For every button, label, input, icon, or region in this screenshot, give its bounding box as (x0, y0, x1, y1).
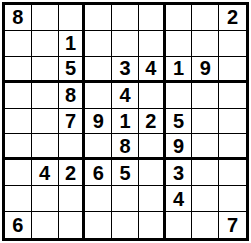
cell-r4c4-empty[interactable] (85, 83, 112, 109)
digit: 2 (145, 111, 156, 131)
cell-r5c3-given[interactable]: 7 (59, 109, 86, 135)
cell-r3c1-empty[interactable] (5, 57, 32, 83)
cell-r6c7-given[interactable]: 9 (166, 134, 193, 160)
cell-r9c8-empty[interactable] (192, 212, 219, 238)
cell-r8c6-empty[interactable] (139, 186, 166, 212)
digit: 4 (173, 189, 184, 209)
cell-r1c4-empty[interactable] (85, 5, 112, 31)
cell-r1c1-given[interactable]: 8 (5, 5, 32, 31)
digit: 7 (65, 111, 76, 131)
cell-r2c2-empty[interactable] (32, 31, 59, 57)
cell-r3c5-given[interactable]: 3 (112, 57, 139, 83)
digit: 6 (93, 163, 104, 183)
cell-r1c5-empty[interactable] (112, 5, 139, 31)
cell-r9c2-empty[interactable] (32, 212, 59, 238)
cell-r8c9-empty[interactable] (219, 186, 246, 212)
cell-r2c7-empty[interactable] (166, 31, 193, 57)
cell-r7c4-given[interactable]: 6 (85, 160, 112, 186)
digit: 4 (39, 163, 50, 183)
cell-r3c7-given[interactable]: 1 (166, 57, 193, 83)
sudoku-board: 8215341984791258942653467 (2, 2, 249, 241)
digit: 5 (173, 111, 184, 131)
cell-r3c4-empty[interactable] (85, 57, 112, 83)
digit: 9 (200, 58, 211, 78)
cell-r4c1-empty[interactable] (5, 83, 32, 109)
cell-r1c7-empty[interactable] (166, 5, 193, 31)
cell-r6c3-empty[interactable] (59, 134, 86, 160)
cell-r1c9-given[interactable]: 2 (219, 5, 246, 31)
cell-r5c2-empty[interactable] (32, 109, 59, 135)
cell-r5c6-given[interactable]: 2 (139, 109, 166, 135)
digit: 3 (173, 163, 184, 183)
cell-r9c7-empty[interactable] (166, 212, 193, 238)
cell-r7c1-empty[interactable] (5, 160, 32, 186)
digit: 8 (119, 136, 130, 156)
cell-r7c2-given[interactable]: 4 (32, 160, 59, 186)
cell-r1c8-empty[interactable] (192, 5, 219, 31)
cell-r4c6-empty[interactable] (139, 83, 166, 109)
cell-r8c5-empty[interactable] (112, 186, 139, 212)
digit: 8 (65, 85, 76, 105)
cell-r2c1-empty[interactable] (5, 31, 32, 57)
cell-r6c5-given[interactable]: 8 (112, 134, 139, 160)
cell-r9c4-empty[interactable] (85, 212, 112, 238)
cell-r2c5-empty[interactable] (112, 31, 139, 57)
sudoku-page: 8215341984791258942653467 (0, 0, 251, 243)
cell-r4c3-given[interactable]: 8 (59, 83, 86, 109)
cell-r2c9-empty[interactable] (219, 31, 246, 57)
cell-r1c6-empty[interactable] (139, 5, 166, 31)
digit: 5 (65, 58, 76, 78)
cell-r8c1-empty[interactable] (5, 186, 32, 212)
cell-r7c9-empty[interactable] (219, 160, 246, 186)
digit: 6 (12, 215, 23, 235)
cell-r3c3-given[interactable]: 5 (59, 57, 86, 83)
cell-r7c6-empty[interactable] (139, 160, 166, 186)
cell-r5c8-empty[interactable] (192, 109, 219, 135)
digit: 7 (227, 215, 238, 235)
cell-r6c8-empty[interactable] (192, 134, 219, 160)
cell-r4c9-empty[interactable] (219, 83, 246, 109)
digit: 8 (12, 7, 23, 27)
digit: 4 (145, 58, 156, 78)
cell-r6c6-empty[interactable] (139, 134, 166, 160)
digit: 2 (65, 163, 76, 183)
cell-r4c5-given[interactable]: 4 (112, 83, 139, 109)
cell-r6c4-empty[interactable] (85, 134, 112, 160)
cell-r6c1-empty[interactable] (5, 134, 32, 160)
cell-r5c4-given[interactable]: 9 (85, 109, 112, 135)
cell-r4c2-empty[interactable] (32, 83, 59, 109)
digit: 1 (119, 111, 130, 131)
cell-r4c7-empty[interactable] (166, 83, 193, 109)
cell-r6c2-empty[interactable] (32, 134, 59, 160)
cell-r5c9-empty[interactable] (219, 109, 246, 135)
cell-r3c8-given[interactable]: 9 (192, 57, 219, 83)
digit: 2 (227, 7, 238, 27)
cell-r1c3-empty[interactable] (59, 5, 86, 31)
cell-r8c3-empty[interactable] (59, 186, 86, 212)
digit: 9 (93, 111, 104, 131)
cell-r4c8-empty[interactable] (192, 83, 219, 109)
digit: 3 (119, 58, 130, 78)
cell-r8c8-empty[interactable] (192, 186, 219, 212)
digit: 9 (173, 136, 184, 156)
cell-r8c2-empty[interactable] (32, 186, 59, 212)
cell-r9c3-empty[interactable] (59, 212, 86, 238)
cell-r8c4-empty[interactable] (85, 186, 112, 212)
cell-r3c6-given[interactable]: 4 (139, 57, 166, 83)
digit: 1 (173, 58, 184, 78)
cell-r7c7-given[interactable]: 3 (166, 160, 193, 186)
cell-r7c5-given[interactable]: 5 (112, 160, 139, 186)
digit: 4 (119, 85, 130, 105)
cell-r5c1-empty[interactable] (5, 109, 32, 135)
cell-r2c6-empty[interactable] (139, 31, 166, 57)
cell-r3c2-empty[interactable] (32, 57, 59, 83)
cell-r9c6-empty[interactable] (139, 212, 166, 238)
cell-r1c2-empty[interactable] (32, 5, 59, 31)
cell-r5c7-given[interactable]: 5 (166, 109, 193, 135)
cell-r8c7-given[interactable]: 4 (166, 186, 193, 212)
cell-r9c9-given[interactable]: 7 (219, 212, 246, 238)
digit: 5 (119, 163, 130, 183)
cell-r7c3-given[interactable]: 2 (59, 160, 86, 186)
cell-r9c1-given[interactable]: 6 (5, 212, 32, 238)
cell-r2c4-empty[interactable] (85, 31, 112, 57)
digit: 1 (65, 33, 76, 53)
cell-r2c3-given[interactable]: 1 (59, 31, 86, 57)
cell-r3c9-empty[interactable] (219, 57, 246, 83)
cell-r9c5-empty[interactable] (112, 212, 139, 238)
cell-r2c8-empty[interactable] (192, 31, 219, 57)
cell-r6c9-empty[interactable] (219, 134, 246, 160)
cell-r7c8-empty[interactable] (192, 160, 219, 186)
cell-r5c5-given[interactable]: 1 (112, 109, 139, 135)
